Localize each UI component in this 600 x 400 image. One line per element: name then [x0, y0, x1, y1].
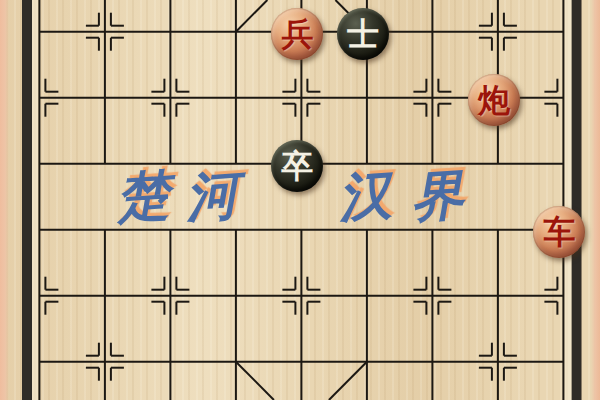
- piece-red-chariot[interactable]: 车: [533, 206, 585, 258]
- piece-glyph: 士: [347, 18, 379, 50]
- piece-red-cannon[interactable]: 炮: [468, 74, 520, 126]
- piece-glyph: 兵: [281, 18, 313, 50]
- piece-red-soldier[interactable]: 兵: [271, 8, 323, 60]
- piece-glyph: 车: [543, 216, 575, 248]
- pieces-layer: 兵士炮卒车: [0, 0, 600, 400]
- xiangqi-board: 楚河汉界 兵士炮卒车: [0, 0, 600, 400]
- piece-black-soldier[interactable]: 卒: [271, 140, 323, 192]
- piece-glyph: 卒: [281, 150, 313, 182]
- piece-black-advisor[interactable]: 士: [337, 8, 389, 60]
- piece-glyph: 炮: [478, 84, 510, 116]
